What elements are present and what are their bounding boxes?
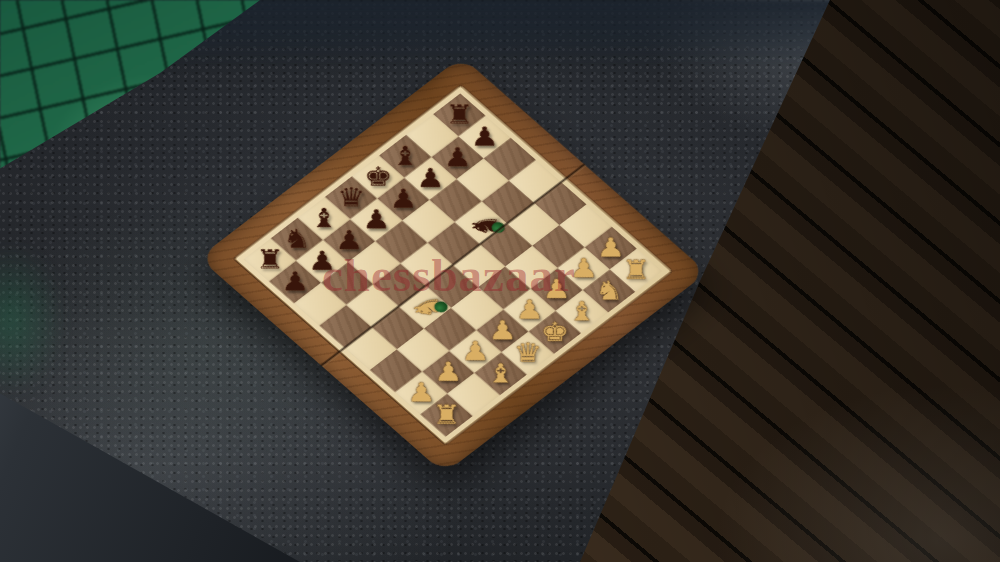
watermark-text: chessbazaar [322,248,576,302]
square-a1[interactable]: ♜ [420,394,472,437]
square-h1[interactable]: ♜ [610,249,662,292]
piece-white-rook-a1[interactable]: ♜ [428,400,465,430]
scene-photo: ♜♞♝♛♚♝♜♟♟♟♟♟♟♟♟♞♞♟♟♟♟♟♟♟♟♜♝♛♚♝♞♜ chessba… [0,0,1000,562]
square-h7[interactable]: ♟ [458,116,510,159]
piece-white-rook-h1[interactable]: ♜ [618,255,655,285]
piece-black-pawn-h7[interactable]: ♟ [466,122,503,152]
